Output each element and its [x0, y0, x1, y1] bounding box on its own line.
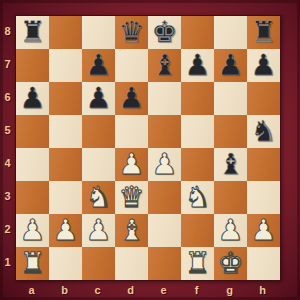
- rank-label-5: 5: [0, 114, 15, 147]
- square-f1[interactable]: ♜: [181, 247, 214, 280]
- square-e8[interactable]: ♚: [148, 16, 181, 49]
- square-b2[interactable]: ♟: [49, 214, 82, 247]
- square-f4[interactable]: [181, 148, 214, 181]
- file-label-e: e: [147, 282, 180, 300]
- file-label-a: a: [15, 282, 48, 300]
- rank-label-8: 8: [0, 15, 15, 48]
- square-b1[interactable]: [49, 247, 82, 280]
- square-h7[interactable]: ♟: [247, 49, 280, 82]
- square-f2[interactable]: [181, 214, 214, 247]
- black-pawn-f7[interactable]: ♟: [185, 49, 211, 82]
- rank-label-1: 1: [0, 246, 15, 279]
- white-pawn-a2[interactable]: ♟: [20, 214, 46, 247]
- square-a4[interactable]: [16, 148, 49, 181]
- rank-label-2: 2: [0, 213, 15, 246]
- black-pawn-c7[interactable]: ♟: [86, 49, 112, 82]
- square-h5[interactable]: ♞: [247, 115, 280, 148]
- white-knight-f3[interactable]: ♞: [185, 181, 211, 214]
- square-a3[interactable]: [16, 181, 49, 214]
- square-f5[interactable]: [181, 115, 214, 148]
- square-h6[interactable]: [247, 82, 280, 115]
- square-e7[interactable]: ♝: [148, 49, 181, 82]
- white-pawn-e4[interactable]: ♟: [152, 148, 178, 181]
- square-e5[interactable]: [148, 115, 181, 148]
- white-pawn-g2[interactable]: ♟: [218, 214, 244, 247]
- square-c2[interactable]: ♟: [82, 214, 115, 247]
- square-g6[interactable]: [214, 82, 247, 115]
- square-b6[interactable]: [49, 82, 82, 115]
- black-rook-a8[interactable]: ♜: [20, 16, 46, 49]
- square-d2[interactable]: ♝: [115, 214, 148, 247]
- square-a7[interactable]: [16, 49, 49, 82]
- square-a6[interactable]: ♟: [16, 82, 49, 115]
- white-pawn-b2[interactable]: ♟: [53, 214, 79, 247]
- square-f3[interactable]: ♞: [181, 181, 214, 214]
- square-h3[interactable]: [247, 181, 280, 214]
- file-label-f: f: [180, 282, 213, 300]
- square-b4[interactable]: [49, 148, 82, 181]
- square-c5[interactable]: [82, 115, 115, 148]
- white-pawn-h2[interactable]: ♟: [251, 214, 277, 247]
- square-d6[interactable]: ♟: [115, 82, 148, 115]
- white-king-g1[interactable]: ♚: [218, 247, 244, 280]
- square-g2[interactable]: ♟: [214, 214, 247, 247]
- square-c4[interactable]: [82, 148, 115, 181]
- square-g5[interactable]: [214, 115, 247, 148]
- square-b8[interactable]: [49, 16, 82, 49]
- square-a8[interactable]: ♜: [16, 16, 49, 49]
- square-a1[interactable]: ♜: [16, 247, 49, 280]
- square-f7[interactable]: ♟: [181, 49, 214, 82]
- square-c6[interactable]: ♟: [82, 82, 115, 115]
- square-c3[interactable]: ♞: [82, 181, 115, 214]
- square-c7[interactable]: ♟: [82, 49, 115, 82]
- square-e4[interactable]: ♟: [148, 148, 181, 181]
- rank-label-7: 7: [0, 48, 15, 81]
- square-b7[interactable]: [49, 49, 82, 82]
- square-a5[interactable]: [16, 115, 49, 148]
- square-e6[interactable]: [148, 82, 181, 115]
- square-f8[interactable]: [181, 16, 214, 49]
- square-d5[interactable]: [115, 115, 148, 148]
- square-c8[interactable]: [82, 16, 115, 49]
- square-d4[interactable]: ♟: [115, 148, 148, 181]
- black-queen-d8[interactable]: ♛: [119, 16, 145, 49]
- square-e3[interactable]: [148, 181, 181, 214]
- black-pawn-h7[interactable]: ♟: [251, 49, 277, 82]
- square-g8[interactable]: [214, 16, 247, 49]
- file-label-h: h: [246, 282, 279, 300]
- square-d3[interactable]: ♛: [115, 181, 148, 214]
- square-g1[interactable]: ♚: [214, 247, 247, 280]
- white-rook-f1[interactable]: ♜: [185, 247, 211, 280]
- white-bishop-d2[interactable]: ♝: [119, 214, 145, 247]
- square-g3[interactable]: [214, 181, 247, 214]
- square-d1[interactable]: [115, 247, 148, 280]
- square-d7[interactable]: [115, 49, 148, 82]
- square-e1[interactable]: [148, 247, 181, 280]
- black-rook-h8[interactable]: ♜: [251, 16, 277, 49]
- square-h8[interactable]: ♜: [247, 16, 280, 49]
- black-king-e8[interactable]: ♚: [152, 16, 178, 49]
- square-d8[interactable]: ♛: [115, 16, 148, 49]
- rank-label-4: 4: [0, 147, 15, 180]
- square-b3[interactable]: [49, 181, 82, 214]
- file-label-c: c: [81, 282, 114, 300]
- square-h1[interactable]: [247, 247, 280, 280]
- rank-label-3: 3: [0, 180, 15, 213]
- square-g7[interactable]: ♟: [214, 49, 247, 82]
- square-f6[interactable]: [181, 82, 214, 115]
- file-label-b: b: [48, 282, 81, 300]
- white-queen-d3[interactable]: ♛: [119, 181, 145, 214]
- white-rook-a1[interactable]: ♜: [20, 247, 46, 280]
- white-knight-c3[interactable]: ♞: [86, 181, 112, 214]
- white-pawn-c2[interactable]: ♟: [86, 214, 112, 247]
- file-label-d: d: [114, 282, 147, 300]
- square-h4[interactable]: [247, 148, 280, 181]
- square-a2[interactable]: ♟: [16, 214, 49, 247]
- black-bishop-g4[interactable]: ♝: [218, 148, 244, 181]
- rank-label-6: 6: [0, 81, 15, 114]
- file-label-g: g: [213, 282, 246, 300]
- black-knight-h5[interactable]: ♞: [251, 115, 277, 148]
- square-h2[interactable]: ♟: [247, 214, 280, 247]
- square-b5[interactable]: [49, 115, 82, 148]
- black-pawn-a6[interactable]: ♟: [20, 82, 46, 115]
- chess-board-frame: ♜♛♚♜♟♝♟♟♟♟♟♟♞♟♟♝♞♛♞♟♟♟♝♟♟♜♜♚ 87654321 ab…: [0, 0, 300, 300]
- square-c1[interactable]: [82, 247, 115, 280]
- black-pawn-d6[interactable]: ♟: [119, 82, 145, 115]
- white-pawn-d4[interactable]: ♟: [119, 148, 145, 181]
- square-e2[interactable]: [148, 214, 181, 247]
- black-pawn-c6[interactable]: ♟: [86, 82, 112, 115]
- chess-board: ♜♛♚♜♟♝♟♟♟♟♟♟♞♟♟♝♞♛♞♟♟♟♝♟♟♜♜♚: [15, 15, 281, 281]
- black-pawn-g7[interactable]: ♟: [218, 49, 244, 82]
- square-g4[interactable]: ♝: [214, 148, 247, 181]
- black-bishop-e7[interactable]: ♝: [152, 49, 178, 82]
